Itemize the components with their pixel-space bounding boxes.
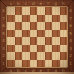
square-f4[interactable]: [45, 37, 53, 45]
square-b4[interactable]: [15, 37, 23, 45]
square-b2[interactable]: [15, 52, 23, 60]
rank-labels-right: 8 7 6 5 4 3 2 1: [67, 7, 74, 67]
square-a5[interactable]: [7, 30, 15, 38]
square-a2[interactable]: [7, 52, 15, 60]
square-d7[interactable]: [30, 15, 38, 23]
chess-board: a b c d e f g h a b c d e f g h 8 7 6 5 …: [0, 0, 74, 74]
square-a4[interactable]: [7, 37, 15, 45]
square-e5[interactable]: [37, 30, 45, 38]
square-c7[interactable]: [22, 15, 30, 23]
square-f5[interactable]: [45, 30, 53, 38]
square-d3[interactable]: [30, 45, 38, 53]
square-e3[interactable]: [37, 45, 45, 53]
square-b7[interactable]: [15, 15, 23, 23]
square-h8[interactable]: [60, 7, 68, 15]
square-h5[interactable]: [60, 30, 68, 38]
square-f1[interactable]: [45, 60, 53, 68]
square-f6[interactable]: [45, 22, 53, 30]
square-b6[interactable]: [15, 22, 23, 30]
square-c6[interactable]: [22, 22, 30, 30]
square-f7[interactable]: [45, 15, 53, 23]
square-g5[interactable]: [52, 30, 60, 38]
square-g6[interactable]: [52, 22, 60, 30]
rank-label: 4: [0, 37, 7, 45]
square-a6[interactable]: [7, 22, 15, 30]
square-d1[interactable]: [30, 60, 38, 68]
rank-label: 7: [67, 15, 74, 23]
square-g3[interactable]: [52, 45, 60, 53]
rank-label: 4: [67, 37, 74, 45]
square-c8[interactable]: [22, 7, 30, 15]
file-label: h: [60, 0, 68, 7]
rank-label: 3: [67, 45, 74, 53]
square-d8[interactable]: [30, 7, 38, 15]
rank-label: 1: [0, 60, 7, 68]
square-c2[interactable]: [22, 52, 30, 60]
square-c4[interactable]: [22, 37, 30, 45]
frame-miter-joint: [0, 0, 7, 7]
file-label: d: [30, 0, 38, 7]
square-d2[interactable]: [30, 52, 38, 60]
rank-labels-left: 8 7 6 5 4 3 2 1: [0, 7, 7, 67]
rank-label: 3: [0, 45, 7, 53]
square-f3[interactable]: [45, 45, 53, 53]
square-e7[interactable]: [37, 15, 45, 23]
square-e2[interactable]: [37, 52, 45, 60]
square-c5[interactable]: [22, 30, 30, 38]
rank-label: 8: [0, 7, 7, 15]
square-a1[interactable]: [7, 60, 15, 68]
board-side-edge: [0, 72, 74, 74]
square-g4[interactable]: [52, 37, 60, 45]
square-f8[interactable]: [45, 7, 53, 15]
square-e8[interactable]: [37, 7, 45, 15]
square-b8[interactable]: [15, 7, 23, 15]
square-d5[interactable]: [30, 30, 38, 38]
file-label: c: [22, 0, 30, 7]
square-a3[interactable]: [7, 45, 15, 53]
square-h4[interactable]: [60, 37, 68, 45]
file-label: a: [7, 0, 15, 7]
rank-label: 2: [0, 52, 7, 60]
rank-label: 6: [67, 22, 74, 30]
frame-miter-joint: [67, 0, 74, 7]
square-g1[interactable]: [52, 60, 60, 68]
rank-label: 6: [0, 22, 7, 30]
file-labels-top: a b c d e f g h: [7, 0, 67, 7]
square-h2[interactable]: [60, 52, 68, 60]
square-c1[interactable]: [22, 60, 30, 68]
square-d4[interactable]: [30, 37, 38, 45]
square-h6[interactable]: [60, 22, 68, 30]
rank-label: 7: [0, 15, 7, 23]
play-area: [7, 7, 67, 67]
square-a8[interactable]: [7, 7, 15, 15]
square-c3[interactable]: [22, 45, 30, 53]
rank-label: 5: [67, 30, 74, 38]
square-h1[interactable]: [60, 60, 68, 68]
square-h3[interactable]: [60, 45, 68, 53]
rank-label: 2: [67, 52, 74, 60]
square-h7[interactable]: [60, 15, 68, 23]
file-label: g: [52, 0, 60, 7]
rank-label: 5: [0, 30, 7, 38]
square-b5[interactable]: [15, 30, 23, 38]
file-label: f: [45, 0, 53, 7]
rank-label: 1: [67, 60, 74, 68]
file-label: e: [37, 0, 45, 7]
square-e4[interactable]: [37, 37, 45, 45]
square-a7[interactable]: [7, 15, 15, 23]
square-g7[interactable]: [52, 15, 60, 23]
square-g8[interactable]: [52, 7, 60, 15]
file-label: b: [15, 0, 23, 7]
square-e1[interactable]: [37, 60, 45, 68]
square-b1[interactable]: [15, 60, 23, 68]
square-d6[interactable]: [30, 22, 38, 30]
rank-label: 8: [67, 7, 74, 15]
square-e6[interactable]: [37, 22, 45, 30]
square-b3[interactable]: [15, 45, 23, 53]
square-g2[interactable]: [52, 52, 60, 60]
square-f2[interactable]: [45, 52, 53, 60]
